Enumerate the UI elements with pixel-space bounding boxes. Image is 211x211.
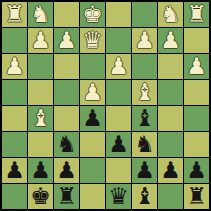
square-f3[interactable] — [54, 54, 79, 79]
square-f8[interactable]: ♜ — [54, 184, 79, 209]
white-knight: ♞ — [160, 2, 181, 27]
square-d6[interactable]: ♟ — [106, 132, 131, 157]
square-a3[interactable]: ♟ — [184, 54, 209, 79]
square-g5[interactable]: ♝ — [28, 106, 53, 131]
white-bishop: ♝ — [30, 106, 51, 131]
square-f6[interactable]: ♞ — [54, 132, 79, 157]
square-a5[interactable] — [184, 106, 209, 131]
black-bishop: ♝ — [134, 106, 155, 131]
square-h3[interactable]: ♟ — [2, 54, 27, 79]
square-h8[interactable] — [2, 184, 27, 209]
black-pawn: ♟ — [30, 158, 51, 183]
square-b1[interactable]: ♞ — [158, 2, 183, 27]
square-g3[interactable] — [28, 54, 53, 79]
square-d7[interactable] — [106, 158, 131, 183]
square-f7[interactable]: ♟ — [54, 158, 79, 183]
square-c3[interactable] — [132, 54, 157, 79]
square-g8[interactable]: ♚ — [28, 184, 53, 209]
square-b5[interactable] — [158, 106, 183, 131]
black-knight: ♞ — [56, 132, 77, 157]
square-a4[interactable] — [184, 80, 209, 105]
square-a8[interactable]: ♜ — [184, 184, 209, 209]
square-c6[interactable]: ♞ — [132, 132, 157, 157]
square-g1[interactable]: ♞ — [28, 2, 53, 27]
square-a7[interactable]: ♟ — [184, 158, 209, 183]
white-bishop: ♝ — [134, 80, 155, 105]
square-e6[interactable] — [80, 132, 105, 157]
square-b8[interactable] — [158, 184, 183, 209]
square-e1[interactable]: ♚ — [80, 2, 105, 27]
white-pawn: ♟ — [30, 28, 51, 53]
black-pawn: ♟ — [56, 158, 77, 183]
square-h7[interactable]: ♟ — [2, 158, 27, 183]
white-pawn: ♟ — [4, 54, 25, 79]
square-b2[interactable]: ♟ — [158, 28, 183, 53]
white-pawn: ♟ — [134, 28, 155, 53]
square-f1[interactable] — [54, 2, 79, 27]
square-d5[interactable] — [106, 106, 131, 131]
square-d4[interactable] — [106, 80, 131, 105]
square-h6[interactable] — [2, 132, 27, 157]
square-b6[interactable] — [158, 132, 183, 157]
square-e8[interactable] — [80, 184, 105, 209]
square-c7[interactable]: ♟ — [132, 158, 157, 183]
square-f4[interactable] — [54, 80, 79, 105]
square-c8[interactable]: ♝ — [132, 184, 157, 209]
chess-board-frame: ♜♞♚♞♜♟♟♛♟♟♟♟♟♟♝♝♟♝♞♟♞♟♟♟♟♟♟♚♜♛♝♜ — [0, 0, 211, 211]
square-f5[interactable] — [54, 106, 79, 131]
square-a1[interactable]: ♜ — [184, 2, 209, 27]
white-rook: ♜ — [186, 2, 207, 27]
square-b7[interactable]: ♟ — [158, 158, 183, 183]
square-d8[interactable]: ♛ — [106, 184, 131, 209]
square-c2[interactable]: ♟ — [132, 28, 157, 53]
square-g2[interactable]: ♟ — [28, 28, 53, 53]
black-rook: ♜ — [186, 184, 207, 209]
square-b4[interactable] — [158, 80, 183, 105]
white-knight: ♞ — [30, 2, 51, 27]
square-d1[interactable] — [106, 2, 131, 27]
square-c5[interactable]: ♝ — [132, 106, 157, 131]
black-pawn: ♟ — [82, 106, 103, 131]
square-e5[interactable]: ♟ — [80, 106, 105, 131]
white-pawn: ♟ — [82, 80, 103, 105]
black-pawn: ♟ — [186, 158, 207, 183]
square-g6[interactable] — [28, 132, 53, 157]
white-pawn: ♟ — [56, 28, 77, 53]
black-queen: ♛ — [108, 184, 129, 209]
square-c1[interactable] — [132, 2, 157, 27]
black-pawn: ♟ — [160, 158, 181, 183]
square-a2[interactable] — [184, 28, 209, 53]
white-rook: ♜ — [4, 2, 25, 27]
square-e7[interactable] — [80, 158, 105, 183]
black-king: ♚ — [30, 184, 51, 209]
square-h5[interactable] — [2, 106, 27, 131]
white-pawn: ♟ — [108, 54, 129, 79]
square-f2[interactable]: ♟ — [54, 28, 79, 53]
white-pawn: ♟ — [160, 28, 181, 53]
black-pawn: ♟ — [134, 158, 155, 183]
square-e2[interactable]: ♛ — [80, 28, 105, 53]
white-pawn: ♟ — [186, 54, 207, 79]
black-rook: ♜ — [56, 184, 77, 209]
square-b3[interactable] — [158, 54, 183, 79]
square-h2[interactable] — [2, 28, 27, 53]
white-queen: ♛ — [82, 28, 103, 53]
square-g4[interactable] — [28, 80, 53, 105]
square-e4[interactable]: ♟ — [80, 80, 105, 105]
square-d2[interactable] — [106, 28, 131, 53]
square-d3[interactable]: ♟ — [106, 54, 131, 79]
black-pawn: ♟ — [108, 132, 129, 157]
chess-board: ♜♞♚♞♜♟♟♛♟♟♟♟♟♟♝♝♟♝♞♟♞♟♟♟♟♟♟♚♜♛♝♜ — [2, 2, 209, 209]
white-king: ♚ — [82, 2, 103, 27]
black-knight: ♞ — [134, 132, 155, 157]
square-a6[interactable] — [184, 132, 209, 157]
square-c4[interactable]: ♝ — [132, 80, 157, 105]
black-pawn: ♟ — [4, 158, 25, 183]
square-h1[interactable]: ♜ — [2, 2, 27, 27]
black-bishop: ♝ — [134, 184, 155, 209]
square-h4[interactable] — [2, 80, 27, 105]
square-e3[interactable] — [80, 54, 105, 79]
square-g7[interactable]: ♟ — [28, 158, 53, 183]
